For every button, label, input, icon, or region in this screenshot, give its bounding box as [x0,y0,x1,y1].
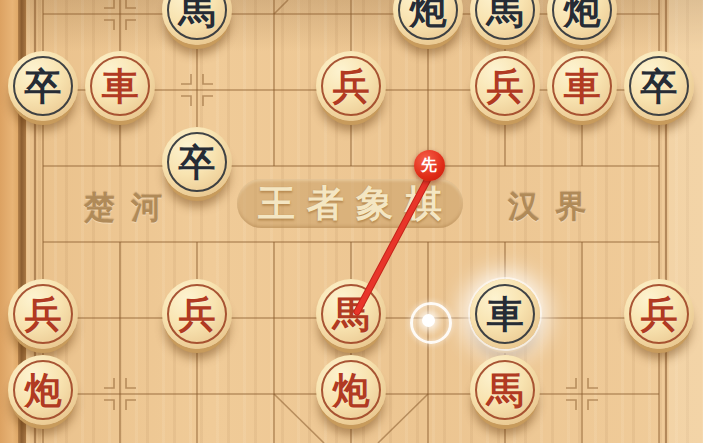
piece-character: 車 [564,68,601,105]
piece-black-horse[interactable]: 馬 [162,0,232,45]
piece-red-soldier[interactable]: 兵 [624,279,694,349]
first-move-badge: 先 [414,150,445,181]
piece-character: 卒 [641,68,678,105]
piece-character: 馬 [333,296,370,333]
piece-red-horse[interactable]: 馬 [316,279,386,349]
piece-character: 炮 [410,0,447,29]
piece-character: 炮 [564,0,601,29]
piece-red-chariot[interactable]: 車 [547,51,617,121]
piece-red-cannon[interactable]: 炮 [316,355,386,425]
piece-character: 卒 [179,144,216,181]
piece-character: 炮 [333,372,370,409]
watermark-text: 王者象棋 [246,179,454,229]
piece-character: 兵 [641,296,678,333]
river-label-chu-he: 楚河 [84,187,178,229]
xiangqi-board[interactable]: 楚河 汉界 王者象棋 馬炮馬炮卒車兵兵車卒卒兵兵馬車兵炮炮馬 先 [0,0,703,443]
piece-character: 馬 [179,0,216,29]
cursor-dot-icon [422,314,435,327]
piece-character: 兵 [487,68,524,105]
piece-black-chariot[interactable]: 車 [470,279,540,349]
piece-character: 兵 [333,68,370,105]
piece-black-cannon[interactable]: 炮 [393,0,463,45]
piece-character: 馬 [487,372,524,409]
piece-red-horse[interactable]: 馬 [470,355,540,425]
piece-character: 炮 [25,372,62,409]
river-label-han-jie: 汉界 [508,186,602,228]
piece-red-soldier[interactable]: 兵 [8,279,78,349]
piece-red-soldier[interactable]: 兵 [162,279,232,349]
piece-black-soldier[interactable]: 卒 [8,51,78,121]
piece-black-horse[interactable]: 馬 [470,0,540,45]
piece-black-cannon[interactable]: 炮 [547,0,617,45]
piece-red-soldier[interactable]: 兵 [316,51,386,121]
piece-character: 兵 [25,296,62,333]
piece-character: 馬 [487,0,524,29]
piece-character: 卒 [25,68,62,105]
piece-character: 車 [102,68,139,105]
piece-red-chariot[interactable]: 車 [85,51,155,121]
piece-red-soldier[interactable]: 兵 [470,51,540,121]
piece-black-soldier[interactable]: 卒 [162,127,232,197]
watermark-pill: 王者象棋 [237,179,463,228]
piece-black-soldier[interactable]: 卒 [624,51,694,121]
piece-character: 車 [487,296,524,333]
piece-red-cannon[interactable]: 炮 [8,355,78,425]
piece-character: 兵 [179,296,216,333]
